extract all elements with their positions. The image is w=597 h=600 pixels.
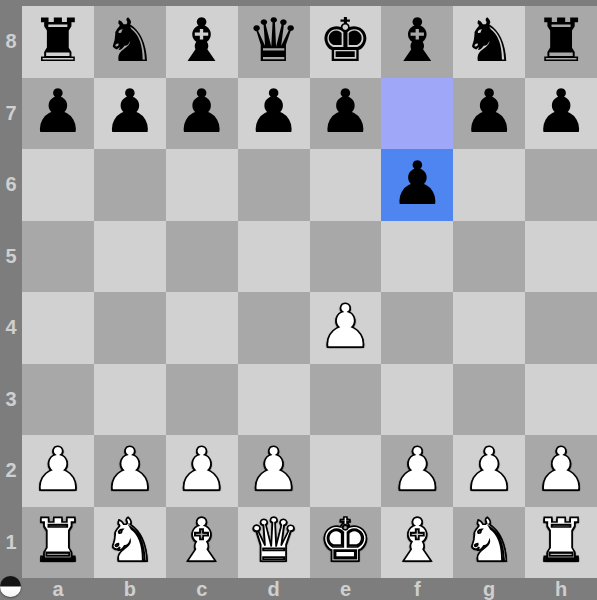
square-d1[interactable]: ♛ xyxy=(238,507,310,579)
piece-white-bishop[interactable]: ♝ xyxy=(390,510,444,570)
board: ♜♞♝♛♚♝♞♜♟♟♟♟♟♟♟♟♟♟♟♟♟♟♟♟♜♞♝♛♚♝♞♜ xyxy=(22,6,597,578)
square-a2[interactable]: ♟ xyxy=(22,435,94,507)
board-middle-row: 87654321 ♜♞♝♛♚♝♞♜♟♟♟♟♟♟♟♟♟♟♟♟♟♟♟♟♜♞♝♛♚♝♞… xyxy=(0,6,597,578)
square-e8[interactable]: ♚ xyxy=(310,6,382,78)
square-c1[interactable]: ♝ xyxy=(166,507,238,579)
square-d4[interactable] xyxy=(238,292,310,364)
rank-label-3: 3 xyxy=(0,364,22,436)
piece-white-pawn[interactable]: ♟ xyxy=(103,439,157,499)
square-b5[interactable] xyxy=(94,221,166,293)
square-d6[interactable] xyxy=(238,149,310,221)
piece-black-pawn[interactable]: ♟ xyxy=(103,81,157,141)
file-label-a: a xyxy=(22,578,94,600)
square-h4[interactable] xyxy=(525,292,597,364)
square-d8[interactable]: ♛ xyxy=(238,6,310,78)
square-b6[interactable] xyxy=(94,149,166,221)
piece-white-bishop[interactable]: ♝ xyxy=(175,510,229,570)
square-f1[interactable]: ♝ xyxy=(381,507,453,579)
square-h5[interactable] xyxy=(525,221,597,293)
square-e5[interactable] xyxy=(310,221,382,293)
square-a4[interactable] xyxy=(22,292,94,364)
square-c4[interactable] xyxy=(166,292,238,364)
square-f2[interactable]: ♟ xyxy=(381,435,453,507)
piece-white-queen[interactable]: ♛ xyxy=(247,510,301,570)
square-c2[interactable]: ♟ xyxy=(166,435,238,507)
square-f3[interactable] xyxy=(381,364,453,436)
piece-white-pawn[interactable]: ♟ xyxy=(247,439,301,499)
square-h8[interactable]: ♜ xyxy=(525,6,597,78)
square-f8[interactable]: ♝ xyxy=(381,6,453,78)
square-e2[interactable] xyxy=(310,435,382,507)
file-coordinates-bar: abcdefgh xyxy=(0,578,597,600)
piece-black-bishop[interactable]: ♝ xyxy=(175,10,229,70)
chess-board-window: 87654321 ♜♞♝♛♚♝♞♜♟♟♟♟♟♟♟♟♟♟♟♟♟♟♟♟♜♞♝♛♚♝♞… xyxy=(0,0,597,600)
square-e3[interactable] xyxy=(310,364,382,436)
piece-black-queen[interactable]: ♛ xyxy=(247,10,301,70)
square-h7[interactable]: ♟ xyxy=(525,78,597,150)
square-b7[interactable]: ♟ xyxy=(94,78,166,150)
rank-label-2: 2 xyxy=(0,435,22,507)
rank-label-6: 6 xyxy=(0,149,22,221)
square-e6[interactable] xyxy=(310,149,382,221)
piece-white-pawn[interactable]: ♟ xyxy=(319,296,373,356)
square-h1[interactable]: ♜ xyxy=(525,507,597,579)
square-f6[interactable]: ♟ xyxy=(381,149,453,221)
piece-black-pawn[interactable]: ♟ xyxy=(534,81,588,141)
square-g5[interactable] xyxy=(453,221,525,293)
square-d2[interactable]: ♟ xyxy=(238,435,310,507)
square-b1[interactable]: ♞ xyxy=(94,507,166,579)
piece-black-bishop[interactable]: ♝ xyxy=(390,10,444,70)
square-f5[interactable] xyxy=(381,221,453,293)
square-f7[interactable] xyxy=(381,78,453,150)
rank-label-1: 1 xyxy=(0,507,22,579)
square-g6[interactable] xyxy=(453,149,525,221)
square-b2[interactable]: ♟ xyxy=(94,435,166,507)
square-a3[interactable] xyxy=(22,364,94,436)
file-label-e: e xyxy=(310,578,382,600)
piece-black-knight[interactable]: ♞ xyxy=(462,10,516,70)
square-g7[interactable]: ♟ xyxy=(453,78,525,150)
piece-white-pawn[interactable]: ♟ xyxy=(390,439,444,499)
file-label-b: b xyxy=(94,578,166,600)
square-e1[interactable]: ♚ xyxy=(310,507,382,579)
square-c7[interactable]: ♟ xyxy=(166,78,238,150)
piece-white-pawn[interactable]: ♟ xyxy=(31,439,85,499)
piece-black-pawn[interactable]: ♟ xyxy=(390,153,444,213)
rank-label-5: 5 xyxy=(0,221,22,293)
piece-black-pawn[interactable]: ♟ xyxy=(31,81,85,141)
piece-black-pawn[interactable]: ♟ xyxy=(175,81,229,141)
square-g2[interactable]: ♟ xyxy=(453,435,525,507)
square-g4[interactable] xyxy=(453,292,525,364)
piece-black-knight[interactable]: ♞ xyxy=(103,10,157,70)
square-c5[interactable] xyxy=(166,221,238,293)
piece-white-rook[interactable]: ♜ xyxy=(534,510,588,570)
file-label-f: f xyxy=(381,578,453,600)
square-b4[interactable] xyxy=(94,292,166,364)
file-label-g: g xyxy=(453,578,525,600)
piece-black-pawn[interactable]: ♟ xyxy=(462,81,516,141)
piece-white-pawn[interactable]: ♟ xyxy=(534,439,588,499)
square-a5[interactable] xyxy=(22,221,94,293)
square-e4[interactable]: ♟ xyxy=(310,292,382,364)
square-g1[interactable]: ♞ xyxy=(453,507,525,579)
square-h6[interactable] xyxy=(525,149,597,221)
file-label-c: c xyxy=(166,578,238,600)
square-d5[interactable] xyxy=(238,221,310,293)
square-d3[interactable] xyxy=(238,364,310,436)
piece-black-king[interactable]: ♚ xyxy=(319,10,373,70)
square-d7[interactable]: ♟ xyxy=(238,78,310,150)
square-c8[interactable]: ♝ xyxy=(166,6,238,78)
square-b8[interactable]: ♞ xyxy=(94,6,166,78)
file-label-d: d xyxy=(238,578,310,600)
square-b3[interactable] xyxy=(94,364,166,436)
rank-label-7: 7 xyxy=(0,78,22,150)
square-a8[interactable]: ♜ xyxy=(22,6,94,78)
square-c3[interactable] xyxy=(166,364,238,436)
rank-label-8: 8 xyxy=(0,6,22,78)
piece-white-rook[interactable]: ♜ xyxy=(31,510,85,570)
square-a6[interactable] xyxy=(22,149,94,221)
piece-black-pawn[interactable]: ♟ xyxy=(247,81,301,141)
square-g8[interactable]: ♞ xyxy=(453,6,525,78)
square-h3[interactable] xyxy=(525,364,597,436)
rank-coordinates-gutter: 87654321 xyxy=(0,6,22,578)
piece-white-pawn[interactable]: ♟ xyxy=(462,439,516,499)
piece-white-knight[interactable]: ♞ xyxy=(103,510,157,570)
piece-black-rook[interactable]: ♜ xyxy=(534,10,588,70)
piece-white-king[interactable]: ♚ xyxy=(319,510,373,570)
piece-black-pawn[interactable]: ♟ xyxy=(319,81,373,141)
file-label-h: h xyxy=(525,578,597,600)
piece-white-knight[interactable]: ♞ xyxy=(462,510,516,570)
square-e7[interactable]: ♟ xyxy=(310,78,382,150)
square-g3[interactable] xyxy=(453,364,525,436)
square-h2[interactable]: ♟ xyxy=(525,435,597,507)
rank-label-4: 4 xyxy=(0,292,22,364)
square-c6[interactable] xyxy=(166,149,238,221)
piece-white-pawn[interactable]: ♟ xyxy=(175,439,229,499)
square-a7[interactable]: ♟ xyxy=(22,78,94,150)
square-a1[interactable]: ♜ xyxy=(22,507,94,579)
piece-black-rook[interactable]: ♜ xyxy=(31,10,85,70)
turn-indicator-icon xyxy=(0,576,21,597)
square-f4[interactable] xyxy=(381,292,453,364)
